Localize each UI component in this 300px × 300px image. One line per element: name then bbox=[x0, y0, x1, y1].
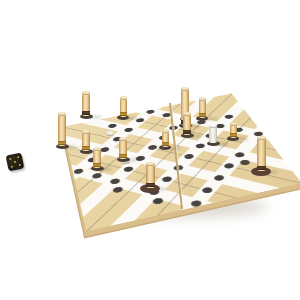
die-pip bbox=[18, 164, 21, 167]
wooden-peg[interactable] bbox=[82, 132, 90, 151]
peg-base-band bbox=[120, 112, 127, 116]
wooden-peg[interactable] bbox=[162, 131, 169, 147]
wooden-peg[interactable] bbox=[82, 93, 90, 116]
wooden-peg[interactable] bbox=[58, 114, 66, 146]
peg-base-band bbox=[82, 111, 90, 115]
peg-base-band bbox=[146, 183, 155, 187]
pegs-layer bbox=[0, 0, 300, 300]
peg-top bbox=[183, 112, 191, 116]
peg-top bbox=[93, 147, 101, 151]
peg-top bbox=[119, 137, 127, 141]
peg-base-band bbox=[93, 163, 101, 167]
peg-base-band bbox=[162, 142, 169, 146]
peg-base-band bbox=[183, 130, 191, 134]
wooden-peg[interactable] bbox=[199, 99, 206, 118]
peg-top bbox=[82, 91, 90, 95]
wooden-peg[interactable] bbox=[230, 124, 237, 138]
die-pip bbox=[17, 156, 20, 159]
die-pip bbox=[9, 157, 12, 160]
peg-top bbox=[199, 97, 206, 101]
peg-top bbox=[209, 124, 217, 128]
peg-base-band bbox=[199, 113, 206, 117]
peg-base-band bbox=[82, 146, 90, 150]
peg-top bbox=[257, 136, 266, 140]
peg-top bbox=[58, 112, 66, 116]
peg-top bbox=[181, 87, 189, 91]
wooden-peg[interactable] bbox=[146, 164, 155, 188]
wooden-peg[interactable] bbox=[257, 138, 266, 171]
peg-base-band bbox=[58, 141, 66, 145]
wooden-peg[interactable] bbox=[183, 114, 191, 135]
die-pip bbox=[14, 161, 17, 164]
wooden-peg[interactable] bbox=[120, 98, 127, 117]
product-photo-scene bbox=[0, 0, 300, 300]
peg-top bbox=[230, 122, 237, 126]
wooden-peg[interactable] bbox=[119, 139, 127, 159]
peg-base-band bbox=[257, 166, 266, 170]
die[interactable] bbox=[6, 153, 25, 172]
peg-base-band bbox=[119, 154, 127, 158]
die-pip bbox=[10, 165, 13, 168]
peg-shaft bbox=[209, 126, 217, 143]
peg-top bbox=[162, 129, 169, 133]
peg-top bbox=[82, 130, 90, 134]
peg-top bbox=[146, 162, 155, 166]
peg-top bbox=[120, 96, 127, 100]
white-peg[interactable] bbox=[209, 126, 217, 143]
wooden-peg[interactable] bbox=[93, 149, 101, 168]
peg-base-band bbox=[230, 133, 237, 137]
